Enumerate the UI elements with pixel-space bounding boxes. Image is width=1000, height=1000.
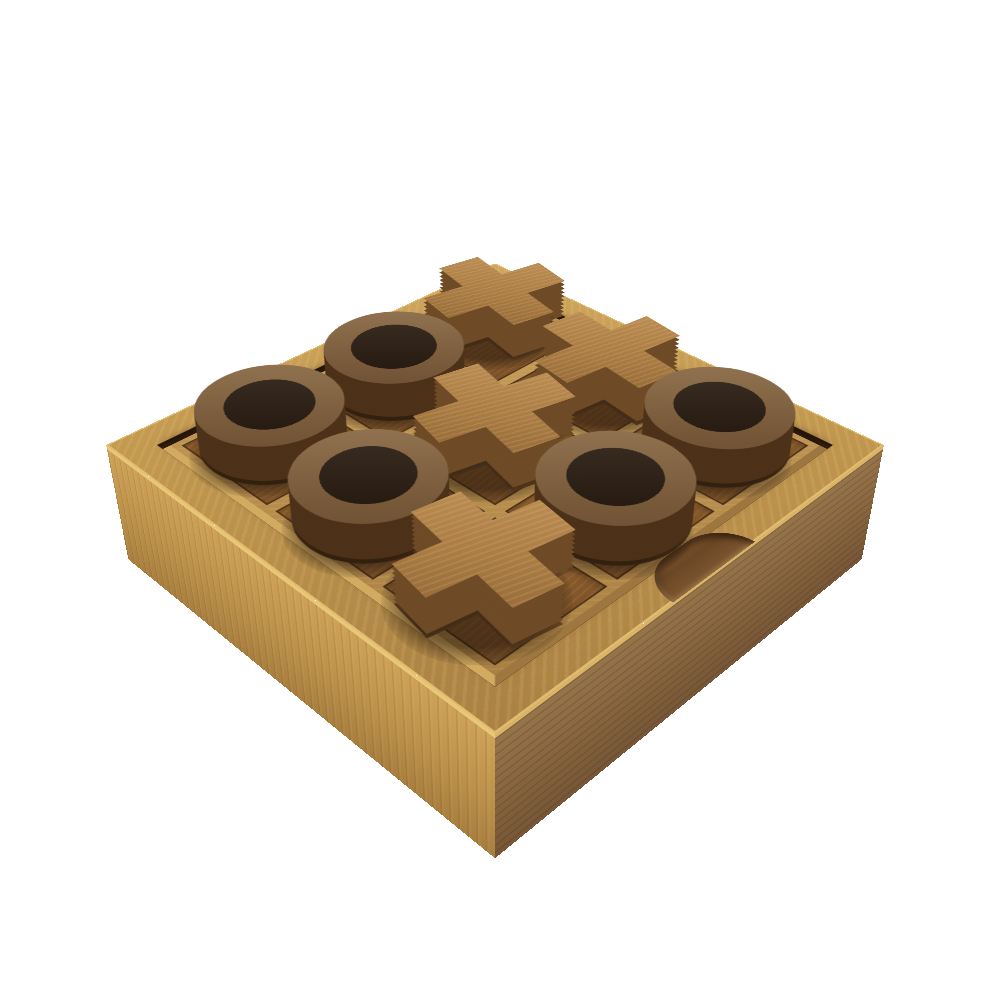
product-photo-scene (0, 0, 1000, 1000)
tictactoe-board (106, 263, 884, 734)
tray-rim (106, 263, 884, 734)
cell-2-2[interactable] (383, 517, 608, 665)
